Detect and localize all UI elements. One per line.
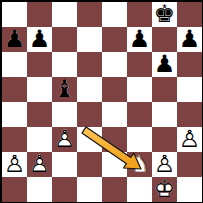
black-pawn: ♟ (27, 27, 52, 52)
white-pawn: ♙ (152, 152, 177, 177)
white-pawn-fill: ♟ (152, 152, 177, 177)
white-pawn-fill: ♟ (2, 152, 27, 177)
white-knight-fill: ♞ (127, 152, 152, 177)
square-h8[interactable] (177, 2, 202, 27)
square-a3[interactable] (2, 127, 27, 152)
white-pawn-fill: ♟ (27, 152, 52, 177)
square-e7[interactable] (102, 27, 127, 52)
square-a6[interactable] (2, 52, 27, 77)
black-pawn-fill: ♙ (177, 27, 202, 52)
square-d3[interactable] (77, 127, 102, 152)
square-e3[interactable] (102, 127, 127, 152)
square-d2[interactable] (77, 152, 102, 177)
white-king-fill: ♚ (152, 177, 177, 202)
square-a1[interactable] (2, 177, 27, 202)
square-g1[interactable]: ♚♔ (152, 177, 177, 202)
black-pawn-fill: ♙ (2, 27, 27, 52)
square-a8[interactable] (2, 2, 27, 27)
white-pawn: ♙ (177, 127, 202, 152)
square-b3[interactable] (27, 127, 52, 152)
square-e8[interactable] (102, 2, 127, 27)
square-f4[interactable] (127, 102, 152, 127)
black-bishop-fill: ♗ (52, 77, 77, 102)
square-d6[interactable] (77, 52, 102, 77)
white-king: ♔ (152, 177, 177, 202)
chess-diagram: ♔♚♙♟♙♟♙♟♙♟♙♟♗♝♟♙♟♙♟♙♟♙♞♘♟♙♚♔ (0, 0, 203, 203)
square-g5[interactable] (152, 77, 177, 102)
square-d7[interactable] (77, 27, 102, 52)
square-a4[interactable] (2, 102, 27, 127)
square-h3[interactable]: ♟♙ (177, 127, 202, 152)
white-pawn: ♙ (2, 152, 27, 177)
square-h6[interactable] (177, 52, 202, 77)
square-g7[interactable] (152, 27, 177, 52)
black-pawn-fill: ♙ (127, 27, 152, 52)
black-pawn-fill: ♙ (27, 27, 52, 52)
square-e6[interactable] (102, 52, 127, 77)
white-knight: ♘ (127, 152, 152, 177)
black-bishop: ♝ (52, 77, 77, 102)
square-d5[interactable] (77, 77, 102, 102)
square-f5[interactable] (127, 77, 152, 102)
square-g4[interactable] (152, 102, 177, 127)
black-king: ♚ (152, 2, 177, 27)
square-b8[interactable] (27, 2, 52, 27)
square-c1[interactable] (52, 177, 77, 202)
square-c2[interactable] (52, 152, 77, 177)
square-c7[interactable] (52, 27, 77, 52)
square-b7[interactable]: ♙♟ (27, 27, 52, 52)
square-f8[interactable] (127, 2, 152, 27)
square-d8[interactable] (77, 2, 102, 27)
square-c8[interactable] (52, 2, 77, 27)
square-b2[interactable]: ♟♙ (27, 152, 52, 177)
square-f3[interactable] (127, 127, 152, 152)
square-f6[interactable] (127, 52, 152, 77)
square-f2[interactable]: ♞♘ (127, 152, 152, 177)
white-pawn-fill: ♟ (52, 127, 77, 152)
square-f1[interactable] (127, 177, 152, 202)
square-d1[interactable] (77, 177, 102, 202)
square-a7[interactable]: ♙♟ (2, 27, 27, 52)
square-g8[interactable]: ♔♚ (152, 2, 177, 27)
square-c4[interactable] (52, 102, 77, 127)
square-e5[interactable] (102, 77, 127, 102)
square-b4[interactable] (27, 102, 52, 127)
square-e1[interactable] (102, 177, 127, 202)
white-pawn: ♙ (52, 127, 77, 152)
black-pawn: ♟ (2, 27, 27, 52)
square-h4[interactable] (177, 102, 202, 127)
square-g3[interactable] (152, 127, 177, 152)
square-h5[interactable] (177, 77, 202, 102)
square-h7[interactable]: ♙♟ (177, 27, 202, 52)
square-b5[interactable] (27, 77, 52, 102)
square-d4[interactable] (77, 102, 102, 127)
square-c3[interactable]: ♟♙ (52, 127, 77, 152)
square-b6[interactable] (27, 52, 52, 77)
square-e4[interactable] (102, 102, 127, 127)
square-b1[interactable] (27, 177, 52, 202)
black-pawn: ♟ (177, 27, 202, 52)
square-a5[interactable] (2, 77, 27, 102)
square-f7[interactable]: ♙♟ (127, 27, 152, 52)
chess-board: ♔♚♙♟♙♟♙♟♙♟♙♟♗♝♟♙♟♙♟♙♟♙♞♘♟♙♚♔ (2, 2, 202, 202)
black-pawn-fill: ♙ (152, 52, 177, 77)
white-pawn-fill: ♟ (177, 127, 202, 152)
black-pawn: ♟ (127, 27, 152, 52)
square-g6[interactable]: ♙♟ (152, 52, 177, 77)
square-c5[interactable]: ♗♝ (52, 77, 77, 102)
black-pawn: ♟ (152, 52, 177, 77)
square-e2[interactable] (102, 152, 127, 177)
square-g2[interactable]: ♟♙ (152, 152, 177, 177)
square-a2[interactable]: ♟♙ (2, 152, 27, 177)
black-king-fill: ♔ (152, 2, 177, 27)
square-h1[interactable] (177, 177, 202, 202)
square-h2[interactable] (177, 152, 202, 177)
square-c6[interactable] (52, 52, 77, 77)
white-pawn: ♙ (27, 152, 52, 177)
